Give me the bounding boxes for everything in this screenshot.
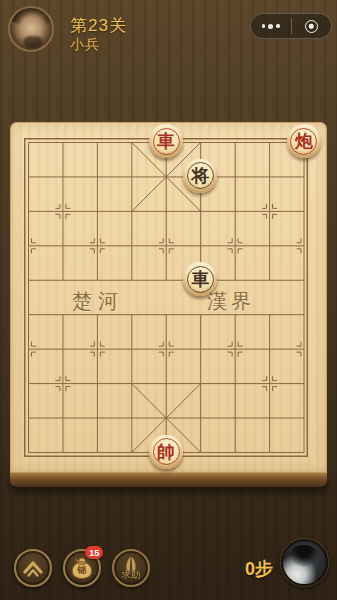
- step-counter: 0步: [245, 557, 273, 581]
- piece-ring: [187, 162, 214, 189]
- exit-miniprogram-button[interactable]: [292, 14, 332, 38]
- opponent-avatar[interactable]: [281, 539, 328, 586]
- xiangqi-app-screen: 第23关 小兵 楚河 漢界 車炮将車帥 锦 15: [0, 0, 337, 600]
- piece-black-chariot[interactable]: 車: [183, 262, 217, 296]
- player-avatar[interactable]: [8, 6, 54, 52]
- piece-ring: [290, 128, 317, 155]
- piece-ring: [153, 128, 180, 155]
- piece-red-general[interactable]: 帥: [149, 435, 183, 469]
- more-options-button[interactable]: [251, 14, 291, 38]
- piece-red-cannon[interactable]: 炮: [287, 124, 321, 158]
- chevron-up-icon: [16, 549, 50, 587]
- piece-black-general[interactable]: 将: [183, 159, 217, 193]
- collapse-menu-button[interactable]: [14, 549, 52, 587]
- piece-red-chariot[interactable]: 車: [149, 124, 183, 158]
- player-rank: 小兵: [70, 36, 100, 54]
- ask-help-button[interactable]: 求助: [112, 549, 150, 587]
- hint-count-badge: 15: [85, 546, 103, 559]
- xiangqi-board[interactable]: 楚河 漢界 車炮将車帥: [10, 122, 327, 487]
- board-bevel-edge: [10, 473, 327, 487]
- piece-ring: [153, 438, 180, 465]
- target-circle-icon: [305, 20, 318, 33]
- help-label: 求助: [122, 569, 141, 582]
- level-title: 第23关: [70, 14, 127, 37]
- piece-ring: [187, 266, 214, 293]
- pieces-grid: 車炮将車帥: [11, 126, 321, 471]
- wechat-capsule: [250, 13, 332, 39]
- hint-bag-button[interactable]: 锦 15: [63, 549, 101, 587]
- more-dots-icon: [262, 24, 280, 29]
- bag-label: 锦: [78, 564, 87, 577]
